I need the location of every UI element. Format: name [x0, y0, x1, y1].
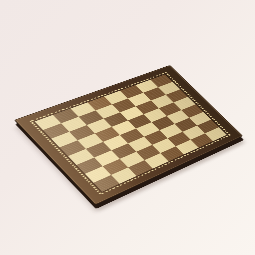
chess-board	[14, 65, 243, 205]
photo-background	[0, 0, 255, 255]
